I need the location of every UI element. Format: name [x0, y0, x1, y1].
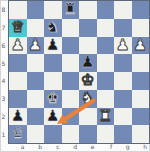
file-label-b: b [27, 143, 45, 152]
rank-label-5: 5 [0, 54, 7, 72]
square-b4[interactable] [27, 72, 45, 90]
square-h4[interactable] [132, 72, 150, 90]
square-a6[interactable]: ♟ [9, 37, 27, 55]
square-h3[interactable] [132, 90, 150, 108]
square-a7[interactable]: ♛ [9, 19, 27, 37]
piece-black-pawn-c2[interactable]: ♟ [44, 108, 62, 126]
piece-black-queen-a1[interactable]: ♛ [9, 125, 27, 143]
square-a3[interactable] [9, 90, 27, 108]
square-h2[interactable] [132, 108, 150, 126]
square-g8[interactable] [114, 1, 132, 19]
file-label-c: c [44, 143, 62, 152]
piece-white-pawn-g6[interactable]: ♟ [114, 37, 132, 55]
square-c8[interactable] [44, 1, 62, 19]
square-e8[interactable] [79, 1, 97, 19]
file-label-h: h [132, 143, 150, 152]
file-label-g: g [114, 143, 132, 152]
square-d4[interactable] [62, 72, 80, 90]
square-f7[interactable] [97, 19, 115, 37]
square-e5[interactable]: ♟ [79, 54, 97, 72]
piece-white-knight-e3[interactable]: ♞ [79, 90, 97, 108]
square-f1[interactable] [97, 125, 115, 143]
square-e4[interactable]: ♚ [79, 72, 97, 90]
chess-diagram: ♜♛♞♟♟♟♟♟♟♚♚♞♟♟♜♛ 87654321 abcdefgh [0, 0, 150, 152]
rank-label-4: 4 [0, 72, 7, 90]
square-b2[interactable] [27, 108, 45, 126]
square-f4[interactable] [97, 72, 115, 90]
square-b8[interactable] [27, 1, 45, 19]
piece-black-pawn-c6[interactable]: ♟ [44, 37, 62, 55]
square-h5[interactable] [132, 54, 150, 72]
square-d1[interactable] [62, 125, 80, 143]
square-d7[interactable] [62, 19, 80, 37]
square-g3[interactable] [114, 90, 132, 108]
square-d5[interactable] [62, 54, 80, 72]
square-c5[interactable] [44, 54, 62, 72]
square-e2[interactable] [79, 108, 97, 126]
square-g6[interactable]: ♟ [114, 37, 132, 55]
square-c1[interactable] [44, 125, 62, 143]
square-c6[interactable]: ♟ [44, 37, 62, 55]
square-b5[interactable] [27, 54, 45, 72]
chess-board: ♜♛♞♟♟♟♟♟♟♚♚♞♟♟♜♛ [8, 0, 150, 144]
square-c4[interactable] [44, 72, 62, 90]
rank-label-1: 1 [0, 125, 7, 143]
square-h7[interactable] [132, 19, 150, 37]
file-label-a: a [9, 143, 27, 152]
square-f6[interactable] [97, 37, 115, 55]
square-a5[interactable] [9, 54, 27, 72]
square-e7[interactable] [79, 19, 97, 37]
square-g5[interactable] [114, 54, 132, 72]
square-g4[interactable] [114, 72, 132, 90]
square-a8[interactable] [9, 1, 27, 19]
rank-label-7: 7 [0, 19, 7, 37]
file-label-d: d [62, 143, 80, 152]
square-f3[interactable] [97, 90, 115, 108]
square-e6[interactable] [79, 37, 97, 55]
square-g2[interactable] [114, 108, 132, 126]
square-e1[interactable] [79, 125, 97, 143]
square-c7[interactable]: ♞ [44, 19, 62, 37]
square-b3[interactable] [27, 90, 45, 108]
piece-black-king-c3[interactable]: ♚ [44, 90, 62, 108]
square-a2[interactable]: ♟ [9, 108, 27, 126]
piece-white-king-e4[interactable]: ♚ [79, 72, 97, 90]
square-h8[interactable] [132, 1, 150, 19]
piece-white-pawn-h6[interactable]: ♟ [132, 37, 150, 55]
square-b1[interactable] [27, 125, 45, 143]
square-c3[interactable]: ♚ [44, 90, 62, 108]
square-d2[interactable] [62, 108, 80, 126]
square-h6[interactable]: ♟ [132, 37, 150, 55]
piece-black-rook-d8[interactable]: ♜ [62, 1, 80, 19]
piece-white-pawn-b6[interactable]: ♟ [27, 37, 45, 55]
rank-label-6: 6 [0, 37, 7, 55]
piece-white-rook-f2[interactable]: ♜ [97, 108, 115, 126]
square-d6[interactable] [62, 37, 80, 55]
piece-black-knight-c7[interactable]: ♞ [44, 19, 62, 37]
square-a4[interactable] [9, 72, 27, 90]
square-b7[interactable] [27, 19, 45, 37]
square-g1[interactable] [114, 125, 132, 143]
file-label-e: e [79, 143, 97, 152]
square-d8[interactable]: ♜ [62, 1, 80, 19]
file-label-f: f [97, 143, 115, 152]
piece-white-queen-a7[interactable]: ♛ [9, 19, 27, 37]
piece-white-pawn-a6[interactable]: ♟ [9, 37, 27, 55]
square-e3[interactable]: ♞ [79, 90, 97, 108]
square-b6[interactable]: ♟ [27, 37, 45, 55]
rank-label-3: 3 [0, 90, 7, 108]
rank-label-2: 2 [0, 108, 7, 126]
square-f5[interactable] [97, 54, 115, 72]
square-c2[interactable]: ♟ [44, 108, 62, 126]
square-g7[interactable] [114, 19, 132, 37]
square-d3[interactable] [62, 90, 80, 108]
square-f2[interactable]: ♜ [97, 108, 115, 126]
square-a1[interactable]: ♛ [9, 125, 27, 143]
square-h1[interactable] [132, 125, 150, 143]
piece-black-pawn-a2[interactable]: ♟ [9, 108, 27, 126]
rank-label-8: 8 [0, 1, 7, 19]
piece-black-pawn-e5[interactable]: ♟ [79, 54, 97, 72]
square-f8[interactable] [97, 1, 115, 19]
